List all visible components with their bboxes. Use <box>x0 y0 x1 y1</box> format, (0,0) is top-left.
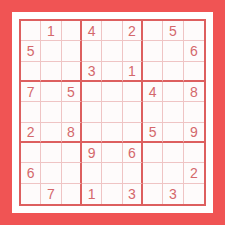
cell-r1c4-given: 4 <box>82 21 102 41</box>
cell-r2c5-empty[interactable] <box>102 41 122 61</box>
cell-r6c1-given: 2 <box>21 123 41 143</box>
cell-r3c2-empty[interactable] <box>41 62 61 82</box>
cell-r3c6-given: 1 <box>123 62 143 82</box>
cell-r2c7-empty[interactable] <box>143 41 163 61</box>
cell-r6c3-given: 8 <box>62 123 82 143</box>
cell-r6c7-given: 5 <box>143 123 163 143</box>
cell-r8c4-empty[interactable] <box>82 163 102 183</box>
cell-r2c9-given: 6 <box>184 41 204 61</box>
cell-r8c5-empty[interactable] <box>102 163 122 183</box>
cell-r7c2-empty[interactable] <box>41 143 61 163</box>
page-background: 142556317548285996627133 <box>0 0 225 225</box>
cell-r1c8-given: 5 <box>163 21 183 41</box>
cell-r9c4-given: 1 <box>82 184 102 204</box>
cell-r8c7-empty[interactable] <box>143 163 163 183</box>
cell-r5c8-empty[interactable] <box>163 102 183 122</box>
cell-r5c2-empty[interactable] <box>41 102 61 122</box>
cell-r5c9-empty[interactable] <box>184 102 204 122</box>
cell-r2c3-empty[interactable] <box>62 41 82 61</box>
cell-r7c7-empty[interactable] <box>143 143 163 163</box>
cell-r4c5-empty[interactable] <box>102 82 122 102</box>
cell-r4c2-empty[interactable] <box>41 82 61 102</box>
cell-r3c4-given: 3 <box>82 62 102 82</box>
cell-r2c6-empty[interactable] <box>123 41 143 61</box>
board-frame: 142556317548285996627133 <box>12 12 213 213</box>
cell-r8c1-given: 6 <box>21 163 41 183</box>
cell-r7c4-given: 9 <box>82 143 102 163</box>
cell-r5c3-empty[interactable] <box>62 102 82 122</box>
cell-r9c8-given: 3 <box>163 184 183 204</box>
cell-r4c6-empty[interactable] <box>123 82 143 102</box>
cell-r5c7-empty[interactable] <box>143 102 163 122</box>
cell-r7c8-empty[interactable] <box>163 143 183 163</box>
cell-r2c2-empty[interactable] <box>41 41 61 61</box>
cell-r3c8-empty[interactable] <box>163 62 183 82</box>
cell-r4c1-given: 7 <box>21 82 41 102</box>
cell-r4c4-empty[interactable] <box>82 82 102 102</box>
cell-r8c3-empty[interactable] <box>62 163 82 183</box>
cell-r8c2-empty[interactable] <box>41 163 61 183</box>
cell-r7c6-given: 6 <box>123 143 143 163</box>
cell-r2c1-given: 5 <box>21 41 41 61</box>
cell-r1c5-empty[interactable] <box>102 21 122 41</box>
cell-r9c2-given: 7 <box>41 184 61 204</box>
cell-r4c9-given: 8 <box>184 82 204 102</box>
cell-r1c2-given: 1 <box>41 21 61 41</box>
cell-r3c7-empty[interactable] <box>143 62 163 82</box>
cell-r1c1-empty[interactable] <box>21 21 41 41</box>
cell-r3c9-empty[interactable] <box>184 62 204 82</box>
cell-r1c6-given: 2 <box>123 21 143 41</box>
cell-r6c5-empty[interactable] <box>102 123 122 143</box>
cell-r3c5-empty[interactable] <box>102 62 122 82</box>
cell-r9c7-empty[interactable] <box>143 184 163 204</box>
cell-r2c8-empty[interactable] <box>163 41 183 61</box>
cell-r5c4-empty[interactable] <box>82 102 102 122</box>
cell-r6c2-empty[interactable] <box>41 123 61 143</box>
cell-r8c8-empty[interactable] <box>163 163 183 183</box>
cell-r7c9-empty[interactable] <box>184 143 204 163</box>
cell-r8c6-empty[interactable] <box>123 163 143 183</box>
cell-r1c9-empty[interactable] <box>184 21 204 41</box>
cell-r2c4-empty[interactable] <box>82 41 102 61</box>
cell-r9c3-empty[interactable] <box>62 184 82 204</box>
cell-r1c7-empty[interactable] <box>143 21 163 41</box>
cell-r8c9-given: 2 <box>184 163 204 183</box>
cell-r9c5-empty[interactable] <box>102 184 122 204</box>
cell-r6c4-empty[interactable] <box>82 123 102 143</box>
cell-r4c3-given: 5 <box>62 82 82 102</box>
cell-r1c3-empty[interactable] <box>62 21 82 41</box>
cell-r6c8-empty[interactable] <box>163 123 183 143</box>
cell-r4c8-empty[interactable] <box>163 82 183 102</box>
cell-r5c6-empty[interactable] <box>123 102 143 122</box>
cell-r7c1-empty[interactable] <box>21 143 41 163</box>
cell-r4c7-given: 4 <box>143 82 163 102</box>
cell-r6c6-empty[interactable] <box>123 123 143 143</box>
cell-r6c9-given: 9 <box>184 123 204 143</box>
cell-r5c5-empty[interactable] <box>102 102 122 122</box>
cell-r5c1-empty[interactable] <box>21 102 41 122</box>
cell-r9c6-given: 3 <box>123 184 143 204</box>
sudoku-board: 142556317548285996627133 <box>19 19 206 206</box>
cell-r3c3-empty[interactable] <box>62 62 82 82</box>
cell-r9c1-empty[interactable] <box>21 184 41 204</box>
cell-r3c1-empty[interactable] <box>21 62 41 82</box>
cell-r9c9-empty[interactable] <box>184 184 204 204</box>
cell-r7c5-empty[interactable] <box>102 143 122 163</box>
cell-r7c3-empty[interactable] <box>62 143 82 163</box>
